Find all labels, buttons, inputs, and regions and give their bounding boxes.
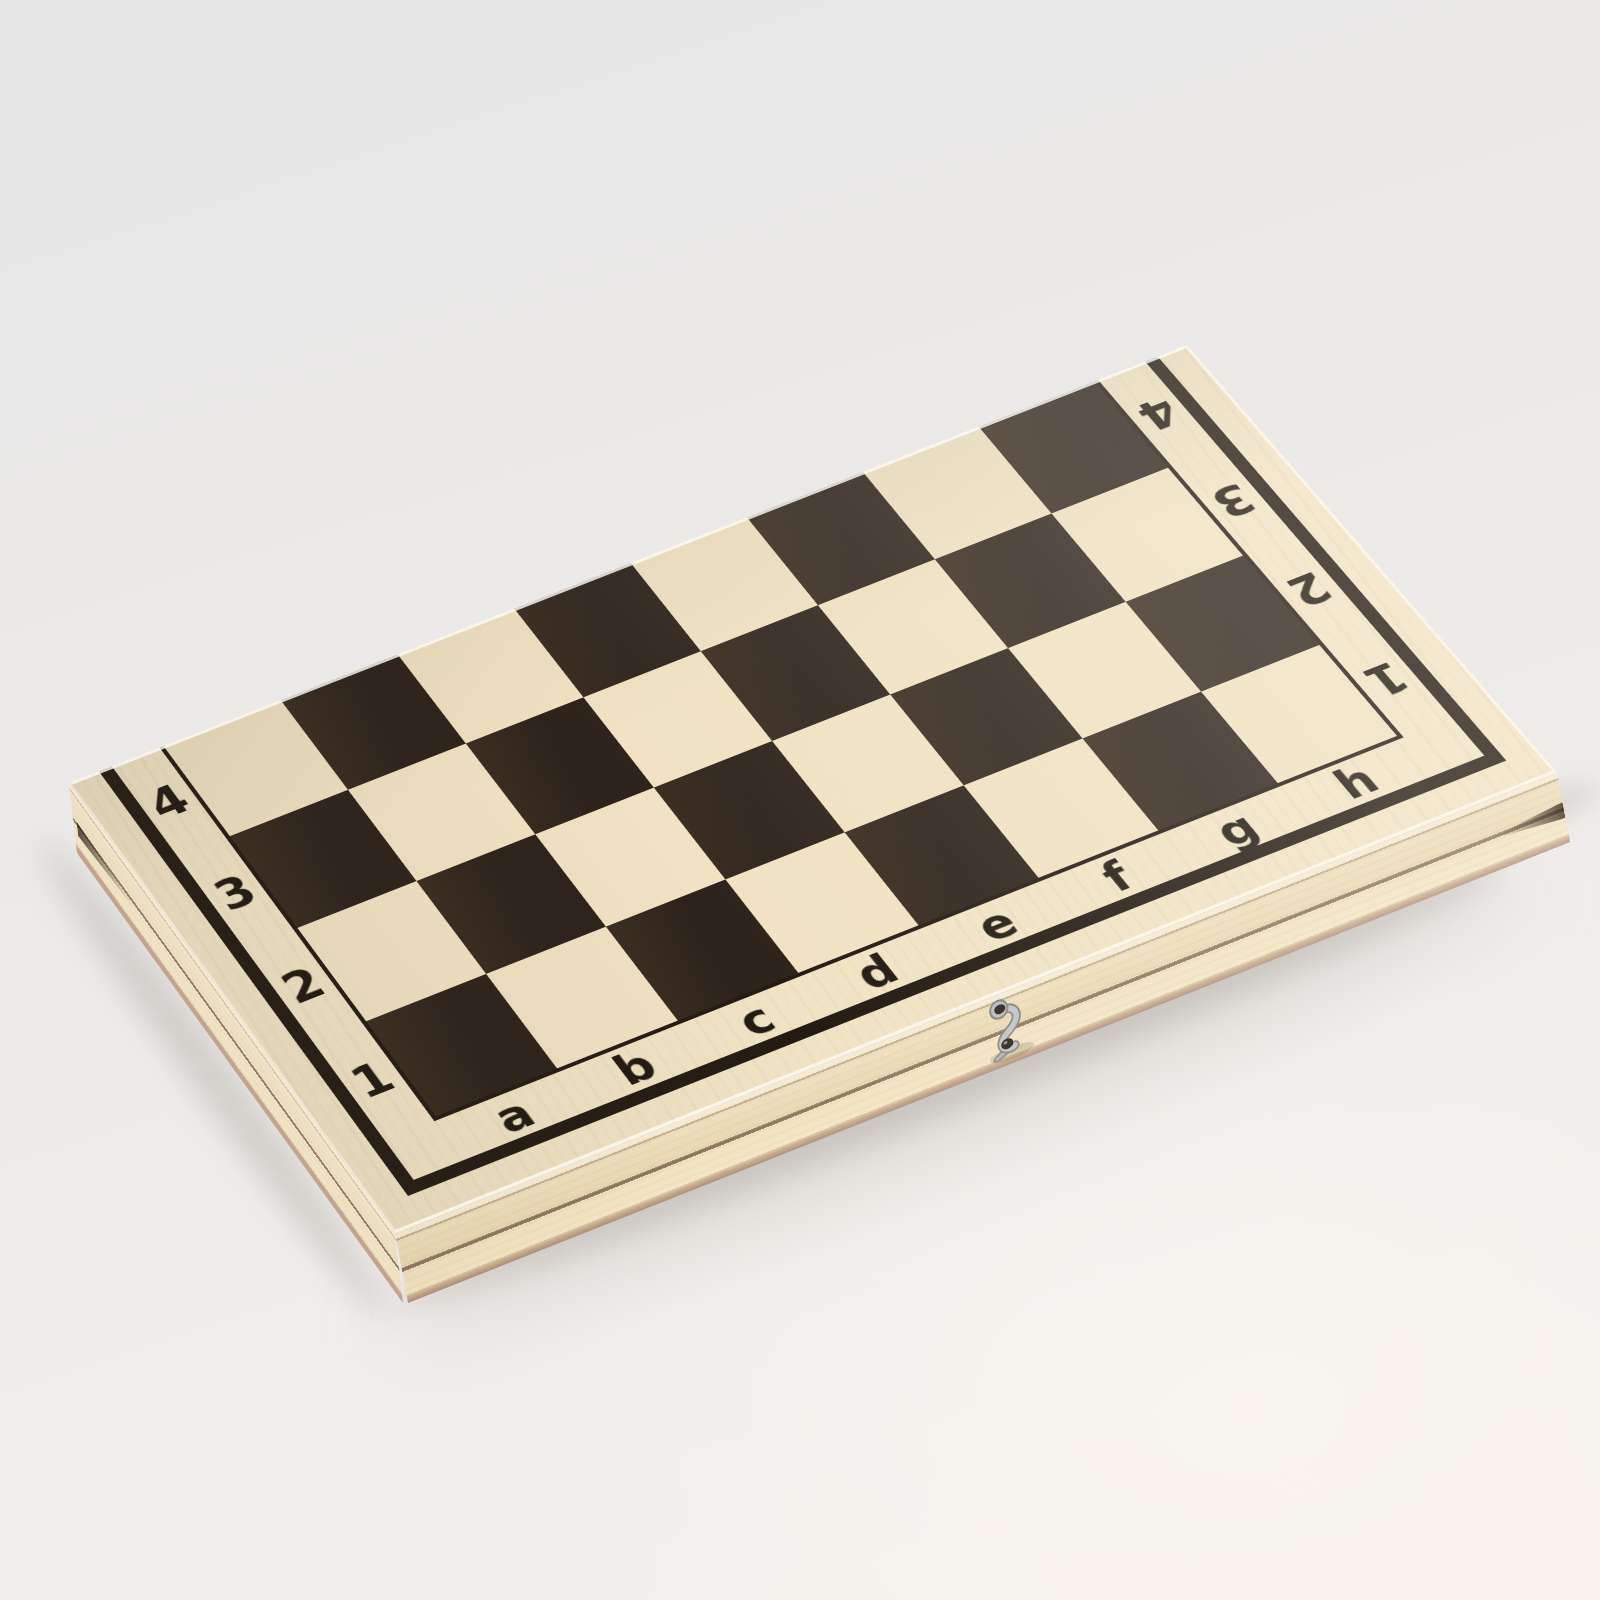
photo-scene: 4321 4321 abcdefgh [0,0,1600,1600]
lid-joint-notch-east [1497,802,1566,844]
